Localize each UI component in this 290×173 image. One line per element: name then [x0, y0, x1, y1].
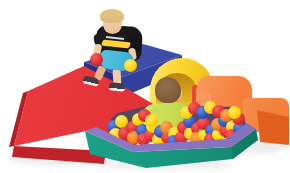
ball-yellow	[145, 114, 158, 127]
soft-play-set-photo	[0, 0, 290, 173]
ball-yellow	[228, 106, 241, 119]
